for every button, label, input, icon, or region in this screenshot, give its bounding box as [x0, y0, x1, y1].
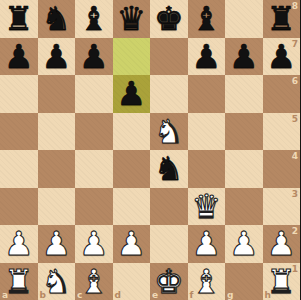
white-pawn[interactable]: ♟	[116, 225, 146, 263]
square-g8[interactable]	[225, 0, 263, 38]
square-f5[interactable]	[188, 113, 226, 151]
square-c5[interactable]	[75, 113, 113, 151]
black-rook[interactable]: ♜	[4, 0, 34, 38]
square-a2[interactable]: ♟	[0, 225, 38, 263]
black-knight[interactable]: ♞	[41, 0, 71, 38]
square-d5[interactable]	[113, 113, 151, 151]
square-d1[interactable]: d	[113, 263, 151, 300]
square-h7[interactable]: ♟7	[263, 38, 301, 76]
white-knight[interactable]: ♞	[154, 113, 184, 151]
white-rook[interactable]: ♜	[266, 263, 296, 300]
white-pawn[interactable]: ♟	[4, 225, 34, 263]
square-h1[interactable]: ♜1h	[263, 263, 301, 300]
black-knight[interactable]: ♞	[154, 150, 184, 188]
square-c8[interactable]: ♝	[75, 0, 113, 38]
square-e4[interactable]: ♞	[150, 150, 188, 188]
black-queen[interactable]: ♛	[116, 0, 146, 38]
square-e1[interactable]: ♚e	[150, 263, 188, 300]
file-label-g: g	[227, 290, 233, 300]
white-pawn[interactable]: ♟	[191, 225, 221, 263]
black-bishop[interactable]: ♝	[191, 0, 221, 38]
square-d3[interactable]	[113, 188, 151, 226]
chess-board: ♜♞♝♛♚♝♜8♟♟♟♟♟♟7♟6♞5♞4♛3♟♟♟♟♟♟♟2♜a♞b♝cd♚e…	[0, 0, 300, 300]
square-g2[interactable]: ♟	[225, 225, 263, 263]
square-h3[interactable]: 3	[263, 188, 301, 226]
white-pawn[interactable]: ♟	[79, 225, 109, 263]
black-pawn[interactable]: ♟	[229, 38, 259, 76]
rank-label-3: 3	[292, 189, 298, 199]
square-h2[interactable]: ♟2	[263, 225, 301, 263]
square-a1[interactable]: ♜a	[0, 263, 38, 300]
black-pawn[interactable]: ♟	[266, 38, 296, 76]
square-c4[interactable]	[75, 150, 113, 188]
black-pawn[interactable]: ♟	[4, 38, 34, 76]
file-label-d: d	[115, 290, 121, 300]
white-knight[interactable]: ♞	[41, 263, 71, 300]
black-pawn[interactable]: ♟	[79, 38, 109, 76]
square-h8[interactable]: ♜8	[263, 0, 301, 38]
square-g4[interactable]	[225, 150, 263, 188]
white-rook[interactable]: ♜	[4, 263, 34, 300]
square-f3[interactable]: ♛	[188, 188, 226, 226]
square-e7[interactable]	[150, 38, 188, 76]
square-h6[interactable]: 6	[263, 75, 301, 113]
square-b7[interactable]: ♟	[38, 38, 76, 76]
square-b6[interactable]	[38, 75, 76, 113]
square-c2[interactable]: ♟	[75, 225, 113, 263]
square-a4[interactable]	[0, 150, 38, 188]
white-pawn[interactable]: ♟	[41, 225, 71, 263]
rank-label-5: 5	[292, 114, 298, 124]
square-g6[interactable]	[225, 75, 263, 113]
square-d4[interactable]	[113, 150, 151, 188]
black-pawn[interactable]: ♟	[191, 38, 221, 76]
square-e3[interactable]	[150, 188, 188, 226]
white-king[interactable]: ♚	[154, 263, 184, 300]
square-g7[interactable]: ♟	[225, 38, 263, 76]
black-pawn[interactable]: ♟	[116, 75, 146, 113]
square-d6[interactable]: ♟	[113, 75, 151, 113]
square-b4[interactable]	[38, 150, 76, 188]
square-b3[interactable]	[38, 188, 76, 226]
square-c1[interactable]: ♝c	[75, 263, 113, 300]
square-h5[interactable]: 5	[263, 113, 301, 151]
square-e5[interactable]: ♞	[150, 113, 188, 151]
square-d8[interactable]: ♛	[113, 0, 151, 38]
rank-label-4: 4	[292, 151, 298, 161]
square-b2[interactable]: ♟	[38, 225, 76, 263]
square-e8[interactable]: ♚	[150, 0, 188, 38]
square-d2[interactable]: ♟	[113, 225, 151, 263]
white-bishop[interactable]: ♝	[191, 263, 221, 300]
square-a5[interactable]	[0, 113, 38, 151]
square-g1[interactable]: g	[225, 263, 263, 300]
square-g5[interactable]	[225, 113, 263, 151]
square-d7[interactable]	[113, 38, 151, 76]
square-e6[interactable]	[150, 75, 188, 113]
square-f6[interactable]	[188, 75, 226, 113]
square-c3[interactable]	[75, 188, 113, 226]
square-g3[interactable]	[225, 188, 263, 226]
square-a3[interactable]	[0, 188, 38, 226]
square-b5[interactable]	[38, 113, 76, 151]
square-a6[interactable]	[0, 75, 38, 113]
square-a8[interactable]: ♜	[0, 0, 38, 38]
black-king[interactable]: ♚	[154, 0, 184, 38]
white-queen[interactable]: ♛	[191, 188, 221, 226]
square-b1[interactable]: ♞b	[38, 263, 76, 300]
black-pawn[interactable]: ♟	[41, 38, 71, 76]
black-rook[interactable]: ♜	[266, 0, 296, 38]
square-b8[interactable]: ♞	[38, 0, 76, 38]
square-h4[interactable]: 4	[263, 150, 301, 188]
square-f4[interactable]	[188, 150, 226, 188]
square-f8[interactable]: ♝	[188, 0, 226, 38]
rank-label-6: 6	[292, 76, 298, 86]
black-bishop[interactable]: ♝	[79, 0, 109, 38]
white-pawn[interactable]: ♟	[266, 225, 296, 263]
square-c6[interactable]	[75, 75, 113, 113]
square-a7[interactable]: ♟	[0, 38, 38, 76]
square-f2[interactable]: ♟	[188, 225, 226, 263]
white-pawn[interactable]: ♟	[229, 225, 259, 263]
square-f7[interactable]: ♟	[188, 38, 226, 76]
square-c7[interactable]: ♟	[75, 38, 113, 76]
square-f1[interactable]: ♝f	[188, 263, 226, 300]
square-e2[interactable]	[150, 225, 188, 263]
white-bishop[interactable]: ♝	[79, 263, 109, 300]
